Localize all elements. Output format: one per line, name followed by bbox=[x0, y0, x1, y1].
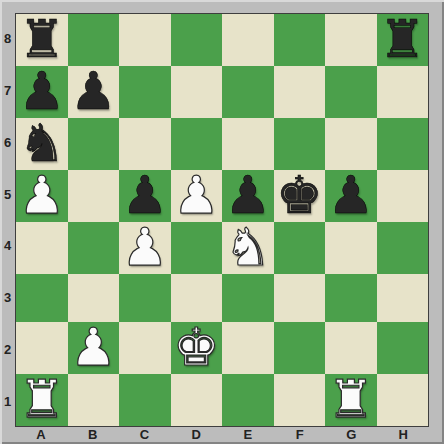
square-a6[interactable]: ♞ bbox=[16, 118, 68, 170]
piece-white-king[interactable]: ♚ bbox=[173, 321, 220, 373]
square-g4[interactable] bbox=[325, 222, 377, 274]
square-h2[interactable] bbox=[377, 322, 429, 374]
square-e4[interactable]: ♞ bbox=[222, 222, 274, 274]
square-d1[interactable] bbox=[171, 374, 223, 426]
rank-label-8: 8 bbox=[0, 13, 15, 65]
square-h5[interactable] bbox=[377, 170, 429, 222]
square-e6[interactable] bbox=[222, 118, 274, 170]
square-b4[interactable] bbox=[68, 222, 120, 274]
square-h4[interactable] bbox=[377, 222, 429, 274]
square-h3[interactable] bbox=[377, 274, 429, 322]
square-e7[interactable] bbox=[222, 66, 274, 118]
file-label-f: F bbox=[274, 427, 326, 444]
square-d7[interactable] bbox=[171, 66, 223, 118]
piece-white-rook[interactable]: ♜ bbox=[18, 373, 65, 425]
square-c8[interactable] bbox=[119, 14, 171, 66]
piece-white-pawn[interactable]: ♟ bbox=[70, 321, 117, 373]
piece-black-pawn[interactable]: ♟ bbox=[18, 65, 65, 117]
rank-label-2: 2 bbox=[0, 324, 15, 376]
square-b2[interactable]: ♟ bbox=[68, 322, 120, 374]
square-b7[interactable]: ♟ bbox=[68, 66, 120, 118]
square-a1[interactable]: ♜ bbox=[16, 374, 68, 426]
rank-label-7: 7 bbox=[0, 65, 15, 117]
square-d2[interactable]: ♚ bbox=[171, 322, 223, 374]
square-b5[interactable] bbox=[68, 170, 120, 222]
square-d8[interactable] bbox=[171, 14, 223, 66]
square-d6[interactable] bbox=[171, 118, 223, 170]
square-d5[interactable]: ♟ bbox=[171, 170, 223, 222]
square-f3[interactable] bbox=[274, 274, 326, 322]
square-h1[interactable] bbox=[377, 374, 429, 426]
square-g5[interactable]: ♟ bbox=[325, 170, 377, 222]
rank-label-3: 3 bbox=[0, 272, 15, 324]
square-e5[interactable]: ♟ bbox=[222, 170, 274, 222]
file-label-b: B bbox=[67, 427, 119, 444]
piece-black-pawn[interactable]: ♟ bbox=[327, 169, 374, 221]
square-b6[interactable] bbox=[68, 118, 120, 170]
file-label-h: H bbox=[377, 427, 429, 444]
chess-board: ♜♜♟♟♞♟♟♟♟♚♟♟♞♟♚♜♜ bbox=[15, 13, 429, 427]
square-a7[interactable]: ♟ bbox=[16, 66, 68, 118]
square-f8[interactable] bbox=[274, 14, 326, 66]
rank-label-1: 1 bbox=[0, 375, 15, 427]
square-f1[interactable] bbox=[274, 374, 326, 426]
piece-black-pawn[interactable]: ♟ bbox=[224, 169, 271, 221]
square-b1[interactable] bbox=[68, 374, 120, 426]
file-label-a: A bbox=[15, 427, 67, 444]
piece-black-pawn[interactable]: ♟ bbox=[121, 169, 168, 221]
square-f7[interactable] bbox=[274, 66, 326, 118]
file-label-g: G bbox=[326, 427, 378, 444]
piece-black-knight[interactable]: ♞ bbox=[18, 117, 65, 169]
square-a5[interactable]: ♟ bbox=[16, 170, 68, 222]
square-c2[interactable] bbox=[119, 322, 171, 374]
square-g2[interactable] bbox=[325, 322, 377, 374]
square-f5[interactable]: ♚ bbox=[274, 170, 326, 222]
square-a3[interactable] bbox=[16, 274, 68, 322]
square-e8[interactable] bbox=[222, 14, 274, 66]
square-g6[interactable] bbox=[325, 118, 377, 170]
piece-white-knight[interactable]: ♞ bbox=[224, 221, 271, 273]
chess-board-frame: 87654321 ♜♜♟♟♞♟♟♟♟♚♟♟♞♟♚♜♜ ABCDEFGH bbox=[0, 0, 444, 444]
square-b3[interactable] bbox=[68, 274, 120, 322]
rank-labels: 87654321 bbox=[0, 13, 15, 427]
file-label-e: E bbox=[222, 427, 274, 444]
rank-label-5: 5 bbox=[0, 168, 15, 220]
rank-label-6: 6 bbox=[0, 117, 15, 169]
piece-white-pawn[interactable]: ♟ bbox=[121, 221, 168, 273]
square-g7[interactable] bbox=[325, 66, 377, 118]
square-c3[interactable] bbox=[119, 274, 171, 322]
square-g3[interactable] bbox=[325, 274, 377, 322]
piece-white-rook[interactable]: ♜ bbox=[327, 373, 374, 425]
square-c4[interactable]: ♟ bbox=[119, 222, 171, 274]
square-b8[interactable] bbox=[68, 14, 120, 66]
square-g8[interactable] bbox=[325, 14, 377, 66]
file-label-d: D bbox=[170, 427, 222, 444]
square-a2[interactable] bbox=[16, 322, 68, 374]
square-e2[interactable] bbox=[222, 322, 274, 374]
square-h6[interactable] bbox=[377, 118, 429, 170]
square-e1[interactable] bbox=[222, 374, 274, 426]
square-c6[interactable] bbox=[119, 118, 171, 170]
square-h7[interactable] bbox=[377, 66, 429, 118]
rank-label-4: 4 bbox=[0, 220, 15, 272]
piece-black-rook[interactable]: ♜ bbox=[18, 13, 65, 65]
square-d4[interactable] bbox=[171, 222, 223, 274]
piece-black-rook[interactable]: ♜ bbox=[379, 13, 426, 65]
square-h8[interactable]: ♜ bbox=[377, 14, 429, 66]
square-f2[interactable] bbox=[274, 322, 326, 374]
square-f6[interactable] bbox=[274, 118, 326, 170]
square-c1[interactable] bbox=[119, 374, 171, 426]
piece-white-pawn[interactable]: ♟ bbox=[18, 169, 65, 221]
square-a8[interactable]: ♜ bbox=[16, 14, 68, 66]
piece-black-king[interactable]: ♚ bbox=[276, 169, 323, 221]
piece-white-pawn[interactable]: ♟ bbox=[173, 169, 220, 221]
piece-black-pawn[interactable]: ♟ bbox=[70, 65, 117, 117]
square-a4[interactable] bbox=[16, 222, 68, 274]
square-d3[interactable] bbox=[171, 274, 223, 322]
square-g1[interactable]: ♜ bbox=[325, 374, 377, 426]
square-f4[interactable] bbox=[274, 222, 326, 274]
square-e3[interactable] bbox=[222, 274, 274, 322]
square-c5[interactable]: ♟ bbox=[119, 170, 171, 222]
file-label-c: C bbox=[119, 427, 171, 444]
file-labels: ABCDEFGH bbox=[15, 427, 429, 444]
square-c7[interactable] bbox=[119, 66, 171, 118]
